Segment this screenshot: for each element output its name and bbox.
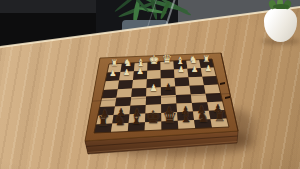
piece-white-K-e1: ♚ xyxy=(148,55,160,67)
piece-black-P-g7: ♟ xyxy=(116,108,127,119)
piece-black-B-f8: ♝ xyxy=(129,112,144,127)
piece-black-P-a7: ♟ xyxy=(212,104,223,115)
piece-white-R-h1: ♜ xyxy=(110,59,119,68)
piece-black-P-c7: ♟ xyxy=(180,106,191,117)
piece-black-B-c8: ♝ xyxy=(179,110,194,125)
piece-white-P-b2: ♟ xyxy=(191,65,199,73)
piece-white-R-a1: ♜ xyxy=(202,55,211,64)
piece-white-P-h2: ♟ xyxy=(109,69,117,77)
piece-black-P-d7: ♟ xyxy=(164,106,175,117)
piece-white-P-f2: ♟ xyxy=(136,67,144,75)
chess-pieces-layer: ♜♞♝♛♚♝♞♜♟♟♟♟♟♟♟♟♟♟♟♟♟♟♟♜♞♝♛♚♝♞♜ xyxy=(0,0,300,169)
piece-black-Q-d8: ♛ xyxy=(161,109,178,126)
piece-white-N-g1: ♞ xyxy=(123,58,133,68)
piece-white-B-c1: ♝ xyxy=(175,55,185,65)
piece-white-N-b1: ♞ xyxy=(188,55,198,65)
piece-black-P-f7: ♟ xyxy=(132,108,143,119)
piece-white-P-c2: ♟ xyxy=(177,65,185,73)
piece-white-P-g2: ♟ xyxy=(123,68,131,76)
photo-scene: ♜♞♝♛♚♝♞♜♟♟♟♟♟♟♟♟♟♟♟♟♟♟♟♜♞♝♛♚♝♞♜ xyxy=(0,0,300,169)
piece-black-N-g8: ♞ xyxy=(113,113,128,128)
piece-white-Q-d1: ♛ xyxy=(161,54,172,65)
piece-black-R-h8: ♜ xyxy=(97,115,110,128)
piece-black-P-b7: ♟ xyxy=(196,105,207,116)
piece-white-B-f1: ♝ xyxy=(136,57,146,67)
piece-black-K-e8: ♚ xyxy=(144,109,162,127)
piece-black-P-d4: ♟ xyxy=(164,82,173,91)
piece-black-N-b8: ♞ xyxy=(196,110,211,125)
piece-white-P-e4: ♟ xyxy=(149,83,158,92)
piece-white-P-a2: ♟ xyxy=(204,64,212,72)
piece-black-R-a8: ♜ xyxy=(213,110,226,123)
piece-black-P-h7: ♟ xyxy=(100,109,111,120)
